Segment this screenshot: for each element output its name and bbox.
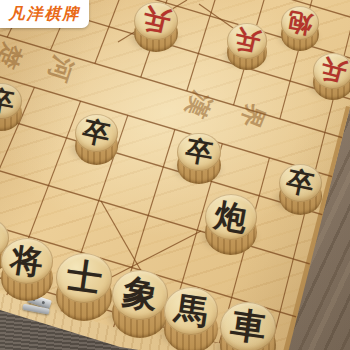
piece-top-face: 車 [220,302,276,350]
piece-black-cannon[interactable]: 炮 [205,194,257,255]
black-piece-character: 卒 [284,167,316,199]
piece-red-soldier-3[interactable]: 兵 [313,53,350,99]
piece-black-horse[interactable]: 馬 [164,287,218,350]
brand-watermark-text: 凡洋棋牌 [9,4,81,25]
piece-top-face: 卒 [177,133,221,172]
piece-top-face: 将 [1,238,53,284]
piece-top-face: 士 [56,253,112,302]
black-piece-character: 卒 [80,117,112,149]
piece-top-face: 兵 [227,23,267,58]
piece-top-face: 馬 [164,287,218,335]
brand-watermark: 凡洋棋牌 [0,0,89,28]
piece-black-advisor[interactable]: 士 [56,253,112,320]
red-piece-character: 兵 [232,26,262,56]
piece-black-soldier-2[interactable]: 卒 [75,114,118,165]
piece-top-face: 兵 [313,53,350,88]
piece-top-face: 卒 [279,164,322,202]
piece-top-face: 象 [112,270,168,319]
piece-black-soldier-1[interactable]: 卒 [0,83,22,132]
piece-red-soldier-2[interactable]: 兵 [227,23,267,69]
piece-red-soldier-1[interactable]: 兵 [134,2,178,53]
red-piece-character: 兵 [140,5,172,37]
piece-black-general[interactable]: 将 [1,238,53,301]
black-piece-character: 士 [64,258,104,298]
black-piece-character: 卒 [183,136,214,167]
piece-top-face: 兵 [134,2,178,41]
black-piece-character: 卒 [0,86,16,116]
piece-top-face: 炮 [281,6,319,39]
piece-black-soldier-4[interactable]: 卒 [279,164,322,215]
black-piece-character: 馬 [172,292,209,329]
black-piece-character: 炮 [212,198,249,235]
black-piece-character: 将 [9,243,45,279]
piece-top-face: 炮 [205,194,257,240]
piece-red-cannon[interactable]: 炮 [281,6,319,50]
black-piece-character: 象 [120,275,161,316]
red-piece-character: 炮 [286,9,314,37]
piece-black-soldier-3[interactable]: 卒 [177,133,221,185]
xiangqi-product-photo: 楚河漢界 兵炮兵兵卒卒卒卒炮将士象馬車 凡洋棋牌 [0,0,350,350]
piece-top-face: 卒 [75,114,118,152]
red-piece-character: 兵 [318,56,349,87]
black-piece-character: 車 [228,307,268,347]
piece-black-chariot[interactable]: 車 [220,302,276,350]
